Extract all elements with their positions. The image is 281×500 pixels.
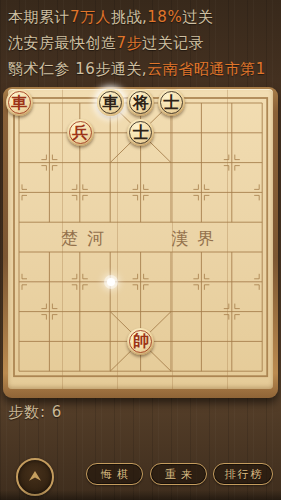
step-counter: 步数: 6 bbox=[8, 403, 62, 422]
piece-black-general[interactable]: 将 bbox=[127, 89, 154, 116]
chevron-up-icon bbox=[26, 468, 44, 486]
ticker-highlight: 7步 bbox=[117, 34, 143, 52]
piece-red-chariot[interactable]: 車 bbox=[6, 89, 33, 116]
ticker-highlight: 云南省昭通市第1 bbox=[147, 60, 266, 78]
board-surface[interactable]: 楚河 漢界 車車将士兵士帥 bbox=[8, 89, 273, 389]
leaderboard-button[interactable]: 排行榜 bbox=[213, 463, 273, 485]
ticker-text: 过关记录 bbox=[142, 34, 204, 52]
xiangqi-board: 楚河 漢界 車車将士兵士帥 bbox=[3, 87, 278, 398]
piece-black-advisor[interactable]: 士 bbox=[127, 119, 154, 146]
ticker-text: 本期累计 bbox=[8, 8, 70, 26]
ticker-text: 过关 bbox=[182, 8, 213, 26]
board-intersections-grid: 車車将士兵士帥 bbox=[4, 88, 278, 386]
piece-black-advisor[interactable]: 士 bbox=[158, 89, 185, 116]
ticker-line-2: 沈安房最快创造7步过关记录 bbox=[8, 33, 278, 53]
ticker-text: 沈安房最快创造 bbox=[8, 34, 117, 52]
ticker-highlight: 7万人 bbox=[70, 8, 111, 26]
undo-button[interactable]: 悔棋 bbox=[86, 463, 143, 485]
step-counter-value: 6 bbox=[52, 403, 63, 421]
ticker-text: 翳术仁参 16步通关, bbox=[8, 60, 147, 78]
bottom-shadow bbox=[0, 490, 281, 500]
ticker-line-3: 翳术仁参 16步通关,云南省昭通市第1 bbox=[8, 59, 278, 79]
step-counter-label: 步数: bbox=[8, 403, 46, 421]
ticker-text: 挑战, bbox=[111, 8, 147, 26]
piece-black-chariot[interactable]: 車 bbox=[97, 89, 124, 116]
piece-red-soldier[interactable]: 兵 bbox=[67, 119, 94, 146]
piece-red-general[interactable]: 帥 bbox=[127, 328, 154, 355]
ticker-line-1: 本期累计7万人挑战,18%过关 bbox=[8, 7, 278, 27]
restart-button[interactable]: 重来 bbox=[150, 463, 207, 485]
xiangqi-app: 本期累计7万人挑战,18%过关 沈安房最快创造7步过关记录 翳术仁参 16步通关… bbox=[0, 0, 281, 500]
ticker-highlight: 18% bbox=[147, 8, 182, 26]
last-move-marker bbox=[107, 278, 115, 286]
